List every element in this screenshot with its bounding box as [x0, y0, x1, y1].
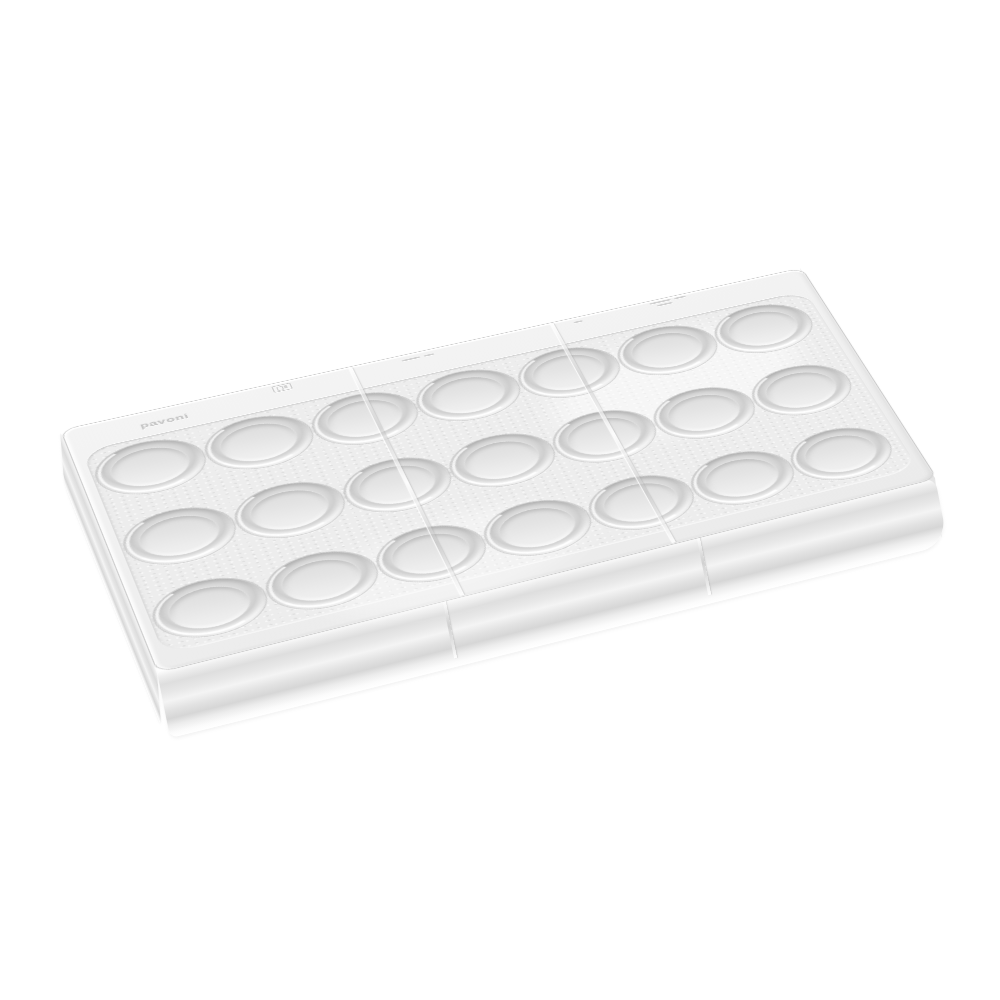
mold-seam-front-right: [697, 537, 711, 596]
cavity-grid: [61, 268, 801, 430]
embossed-code-mark: [401, 356, 420, 361]
embossed-code-mark: [674, 296, 686, 300]
embossed-code-mark: [424, 353, 435, 357]
embossed-code-mark: [573, 320, 582, 323]
mold-seam-front-left: [443, 600, 457, 659]
product-photo-chocolate-mold: pavoni: [0, 0, 1000, 1000]
brand-embossing: pavoni: [139, 412, 191, 430]
brand-logo-mark: [271, 383, 293, 393]
